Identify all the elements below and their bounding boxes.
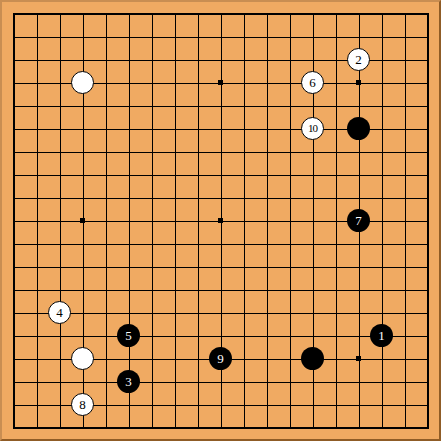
stone-white — [71, 71, 94, 94]
go-board: 26107451938 — [0, 0, 441, 441]
stones-grid: 26107451938 — [2, 2, 439, 439]
stone-black-move-9: 9 — [209, 347, 232, 370]
stone-black-move-1: 1 — [370, 324, 393, 347]
stone-white-move-2: 2 — [347, 48, 370, 71]
stone-white-move-10: 10 — [301, 117, 324, 140]
stone-white — [71, 347, 94, 370]
stone-white-move-8: 8 — [71, 393, 94, 416]
stone-black-move-3: 3 — [117, 370, 140, 393]
stone-black — [347, 117, 370, 140]
stone-white-move-4: 4 — [48, 301, 71, 324]
stone-white-move-6: 6 — [301, 71, 324, 94]
stone-black-move-5: 5 — [117, 324, 140, 347]
stone-black-move-7: 7 — [347, 209, 370, 232]
stone-black — [301, 347, 324, 370]
